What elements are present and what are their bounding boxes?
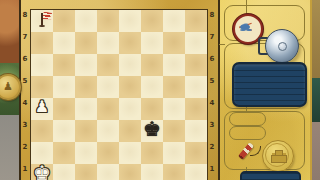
piece-white-king-a1[interactable]: ♚ bbox=[31, 162, 53, 180]
square-f7[interactable] bbox=[141, 32, 163, 54]
square-b7[interactable] bbox=[53, 32, 75, 54]
flag-pole bbox=[41, 13, 43, 25]
env-left-bottom bbox=[0, 115, 19, 180]
square-c8[interactable] bbox=[75, 10, 97, 32]
bell-cap bbox=[278, 42, 287, 51]
square-b5[interactable] bbox=[53, 76, 75, 98]
square-d5[interactable] bbox=[97, 76, 119, 98]
rank-label-2: 2 bbox=[207, 142, 217, 164]
rank-label-2: 2 bbox=[20, 142, 30, 164]
square-f1[interactable] bbox=[141, 164, 163, 180]
square-c3[interactable] bbox=[75, 120, 97, 142]
square-g4[interactable] bbox=[163, 98, 185, 120]
square-b2[interactable] bbox=[53, 142, 75, 164]
square-e8[interactable] bbox=[119, 10, 141, 32]
square-e4[interactable] bbox=[119, 98, 141, 120]
flag-base bbox=[39, 25, 45, 27]
square-h3[interactable] bbox=[185, 120, 207, 142]
square-d7[interactable] bbox=[97, 32, 119, 54]
square-h4[interactable] bbox=[185, 98, 207, 120]
answer-slot-2 bbox=[229, 126, 266, 140]
square-b8[interactable] bbox=[53, 10, 75, 32]
square-e1[interactable] bbox=[119, 164, 141, 180]
rank-label-1: 1 bbox=[20, 164, 30, 180]
square-a5[interactable] bbox=[31, 76, 53, 98]
square-h2[interactable] bbox=[185, 142, 207, 164]
flag-pennant-icon bbox=[42, 12, 52, 20]
env-left-top bbox=[0, 0, 19, 63]
square-g7[interactable] bbox=[163, 32, 185, 54]
rank-label-5: 5 bbox=[20, 76, 30, 98]
square-c6[interactable] bbox=[75, 54, 97, 76]
square-h7[interactable] bbox=[185, 32, 207, 54]
square-d4[interactable] bbox=[97, 98, 119, 120]
rank-label-6: 6 bbox=[207, 54, 217, 76]
square-c7[interactable] bbox=[75, 32, 97, 54]
square-a7[interactable] bbox=[31, 32, 53, 54]
square-c2[interactable] bbox=[75, 142, 97, 164]
rank-label-7: 7 bbox=[20, 32, 30, 54]
rank-label-8: 8 bbox=[207, 10, 217, 32]
square-b3[interactable] bbox=[53, 120, 75, 142]
castle-icon-base bbox=[271, 155, 287, 163]
rank-label-3: 3 bbox=[207, 120, 217, 142]
chess-board[interactable]: ♟♚♚ bbox=[31, 10, 207, 180]
square-g3[interactable] bbox=[163, 120, 185, 142]
message-screen bbox=[232, 62, 307, 107]
square-h8[interactable] bbox=[185, 10, 207, 32]
rank-label-6: 6 bbox=[20, 54, 30, 76]
rank-label-8: 8 bbox=[20, 10, 30, 32]
square-b4[interactable] bbox=[53, 98, 75, 120]
rank-label-5: 5 bbox=[207, 76, 217, 98]
rank-label-3: 3 bbox=[20, 120, 30, 142]
rank-label-4: 4 bbox=[207, 98, 217, 120]
square-c5[interactable] bbox=[75, 76, 97, 98]
square-e3[interactable] bbox=[119, 120, 141, 142]
piece-white-pawn-a4[interactable]: ♟ bbox=[31, 96, 53, 118]
square-d8[interactable] bbox=[97, 10, 119, 32]
piece-black-king-f3[interactable]: ♚ bbox=[141, 118, 163, 140]
rank-label-7: 7 bbox=[207, 32, 217, 54]
square-f8[interactable] bbox=[141, 10, 163, 32]
square-g8[interactable] bbox=[163, 10, 185, 32]
wire-stub-bell bbox=[219, 44, 225, 45]
square-a6[interactable] bbox=[31, 54, 53, 76]
bottom-bar bbox=[240, 171, 301, 180]
rank-labels-left: 87654321 bbox=[20, 0, 30, 180]
game-screen: 87654321 87654321 ♟♚♚ ♟ bbox=[0, 0, 320, 180]
square-d2[interactable] bbox=[97, 142, 119, 164]
square-g2[interactable] bbox=[163, 142, 185, 164]
square-g1[interactable] bbox=[163, 164, 185, 180]
rank-label-1: 1 bbox=[207, 164, 217, 180]
square-d1[interactable] bbox=[97, 164, 119, 180]
answer-slot-1 bbox=[229, 112, 266, 126]
rank-label-4: 4 bbox=[20, 98, 30, 120]
crab-mascot-icon bbox=[240, 24, 250, 30]
square-b6[interactable] bbox=[53, 54, 75, 76]
bell-button[interactable] bbox=[265, 29, 299, 63]
square-b1[interactable] bbox=[53, 164, 75, 180]
rank-labels-right: 87654321 bbox=[207, 0, 217, 180]
square-e7[interactable] bbox=[119, 32, 141, 54]
square-a3[interactable] bbox=[31, 120, 53, 142]
square-e2[interactable] bbox=[119, 142, 141, 164]
square-f6[interactable] bbox=[141, 54, 163, 76]
square-f5[interactable] bbox=[141, 76, 163, 98]
square-g5[interactable] bbox=[163, 76, 185, 98]
square-c4[interactable] bbox=[75, 98, 97, 120]
goal-flag bbox=[31, 10, 53, 32]
square-e6[interactable] bbox=[119, 54, 141, 76]
square-g6[interactable] bbox=[163, 54, 185, 76]
square-e5[interactable] bbox=[119, 76, 141, 98]
square-c1[interactable] bbox=[75, 164, 97, 180]
square-f2[interactable] bbox=[141, 142, 163, 164]
square-h5[interactable] bbox=[185, 76, 207, 98]
castle-medal[interactable] bbox=[262, 140, 294, 172]
square-d6[interactable] bbox=[97, 54, 119, 76]
square-h1[interactable] bbox=[185, 164, 207, 180]
square-d3[interactable] bbox=[97, 120, 119, 142]
square-h6[interactable] bbox=[185, 54, 207, 76]
